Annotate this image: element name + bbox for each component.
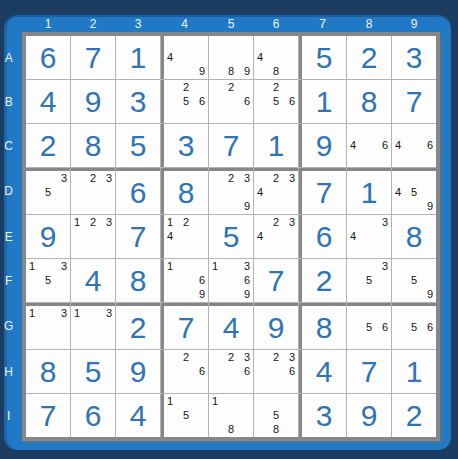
pencil-grid: 13 — [71, 306, 115, 349]
cell-H1[interactable]: 8 — [26, 350, 70, 393]
cell-G2[interactable]: 13 — [71, 303, 115, 349]
cell-B2[interactable]: 9 — [71, 80, 115, 123]
cell-F7[interactable]: 2 — [299, 259, 346, 302]
pencil-mark-2: 2 — [269, 80, 284, 94]
cell-value: 8 — [26, 350, 70, 393]
pencil-mark-3: 3 — [283, 350, 298, 364]
cell-B6[interactable]: 256 — [254, 80, 298, 123]
pencil-mark-2: 2 — [86, 171, 101, 185]
cell-value: 7 — [26, 394, 70, 437]
pencil-mark-9: 9 — [238, 200, 253, 214]
cell-G3[interactable]: 2 — [116, 303, 160, 349]
cell-D9[interactable]: 459 — [392, 168, 436, 214]
pencil-mark-1: 1 — [26, 306, 41, 320]
cell-value: 3 — [164, 124, 208, 167]
pencil-mark-3: 3 — [283, 215, 298, 229]
cell-value: 5 — [209, 215, 253, 258]
pencil-mark-2: 2 — [269, 215, 284, 229]
cell-H8[interactable]: 7 — [347, 350, 391, 393]
cell-value: 8 — [71, 124, 115, 167]
cell-B4[interactable]: 256 — [161, 80, 208, 123]
cell-C9[interactable]: 46 — [392, 124, 436, 167]
cell-B7[interactable]: 1 — [299, 80, 346, 123]
cell-A1[interactable]: 6 — [26, 36, 70, 79]
cell-E5[interactable]: 5 — [209, 215, 253, 258]
pencil-mark-4: 4 — [164, 229, 179, 243]
cell-H6[interactable]: 236 — [254, 350, 298, 393]
pencil-mark-6: 6 — [193, 273, 208, 287]
pencil-mark-2: 2 — [224, 350, 239, 364]
column-labels: 123456789 — [26, 15, 436, 32]
cell-D4[interactable]: 8 — [161, 168, 208, 214]
cell-I8[interactable]: 9 — [347, 394, 391, 437]
cell-E8[interactable]: 34 — [347, 215, 391, 258]
cell-A5[interactable]: 89 — [209, 36, 253, 79]
cell-D8[interactable]: 1 — [347, 168, 391, 214]
row-label-A: A — [4, 36, 13, 79]
cell-I4[interactable]: 15 — [161, 394, 208, 437]
cell-G8[interactable]: 56 — [347, 303, 391, 349]
pencil-mark-3: 3 — [100, 306, 115, 320]
pencil-mark-2: 2 — [86, 215, 101, 229]
sudoku-app: { "game": "sudoku", "labels": { "cols": … — [0, 0, 458, 459]
cell-value: 9 — [26, 215, 70, 258]
cell-value: 9 — [254, 306, 298, 349]
cell-C1[interactable]: 2 — [26, 124, 70, 167]
cell-value: 2 — [26, 124, 70, 167]
pencil-mark-5: 5 — [407, 273, 422, 287]
cell-C8[interactable]: 46 — [347, 124, 391, 167]
cell-value: 4 — [302, 350, 346, 393]
cell-I2[interactable]: 6 — [71, 394, 115, 437]
pencil-grid: 23 — [71, 171, 115, 214]
cell-E7[interactable]: 6 — [299, 215, 346, 258]
pencil-grid: 239 — [209, 171, 253, 214]
cell-G1[interactable]: 13 — [26, 303, 70, 349]
cell-value: 8 — [302, 306, 346, 349]
cell-F3[interactable]: 8 — [116, 259, 160, 302]
cell-value: 2 — [302, 259, 346, 302]
pencil-mark-5: 5 — [407, 185, 422, 199]
cell-B5[interactable]: 26 — [209, 80, 253, 123]
cell-A6[interactable]: 48 — [254, 36, 298, 79]
cell-I3[interactable]: 4 — [116, 394, 160, 437]
row-label-B: B — [4, 80, 13, 123]
cell-A8[interactable]: 2 — [347, 36, 391, 79]
cell-value: 9 — [347, 394, 391, 437]
cell-F6[interactable]: 7 — [254, 259, 298, 302]
cell-C7[interactable]: 9 — [299, 124, 346, 167]
cell-F4[interactable]: 169 — [161, 259, 208, 302]
col-label-6: 6 — [254, 18, 298, 30]
cell-A4[interactable]: 49 — [161, 36, 208, 79]
pencil-mark-6: 6 — [238, 273, 253, 287]
pencil-mark-5: 5 — [362, 320, 377, 334]
pencil-grid: 1369 — [209, 259, 253, 302]
pencil-mark-2: 2 — [269, 171, 284, 185]
pencil-mark-5: 5 — [179, 408, 194, 422]
cell-F8[interactable]: 35 — [347, 259, 391, 302]
pencil-mark-3: 3 — [100, 215, 115, 229]
cell-G9[interactable]: 56 — [392, 303, 436, 349]
cell-C4[interactable]: 3 — [161, 124, 208, 167]
cell-D5[interactable]: 239 — [209, 168, 253, 214]
col-label-3: 3 — [116, 18, 160, 30]
cell-value: 3 — [302, 394, 346, 437]
pencil-mark-4: 4 — [347, 229, 362, 243]
cell-value: 7 — [254, 259, 298, 302]
board-frame: 123456789 ABCDEFGHI 67149894852349325626… — [4, 15, 451, 450]
row-label-I: I — [4, 394, 13, 437]
cell-F1[interactable]: 135 — [26, 259, 70, 302]
pencil-mark-2: 2 — [269, 350, 284, 364]
cell-value: 5 — [302, 36, 346, 79]
pencil-mark-6: 6 — [376, 138, 391, 152]
cell-value: 8 — [392, 215, 436, 258]
cell-value: 2 — [116, 306, 160, 349]
pencil-mark-3: 3 — [376, 215, 391, 229]
cell-E3[interactable]: 7 — [116, 215, 160, 258]
cell-value: 7 — [116, 215, 160, 258]
cell-F2[interactable]: 4 — [71, 259, 115, 302]
cell-value: 4 — [209, 306, 253, 349]
cell-H3[interactable]: 9 — [116, 350, 160, 393]
pencil-grid: 49 — [164, 36, 208, 79]
row-labels: ABCDEFGHI — [4, 36, 13, 437]
pencil-mark-1: 1 — [71, 215, 86, 229]
pencil-grid: 169 — [164, 259, 208, 302]
pencil-mark-9: 9 — [238, 288, 253, 302]
cell-value: 1 — [347, 171, 391, 214]
pencil-mark-5: 5 — [41, 273, 56, 287]
cell-value: 4 — [116, 394, 160, 437]
pencil-mark-5: 5 — [41, 185, 56, 199]
pencil-grid: 236 — [254, 350, 298, 393]
cell-value: 3 — [392, 36, 436, 79]
cell-G4[interactable]: 7 — [161, 303, 208, 349]
cell-value: 6 — [26, 36, 70, 79]
pencil-grid: 48 — [254, 36, 298, 79]
pencil-mark-3: 3 — [55, 171, 70, 185]
cell-value: 1 — [392, 350, 436, 393]
cell-H4[interactable]: 26 — [161, 350, 208, 393]
pencil-mark-3: 3 — [100, 171, 115, 185]
pencil-mark-5: 5 — [269, 94, 284, 108]
cell-A7[interactable]: 5 — [299, 36, 346, 79]
pencil-grid: 459 — [392, 171, 436, 214]
pencil-mark-5: 5 — [269, 408, 284, 422]
pencil-mark-8: 8 — [224, 65, 239, 79]
pencil-mark-9: 9 — [421, 200, 436, 214]
pencil-mark-4: 4 — [392, 138, 407, 152]
pencil-grid: 236 — [209, 350, 253, 393]
row-label-C: C — [4, 124, 13, 167]
col-label-4: 4 — [161, 18, 208, 30]
row-label-G: G — [4, 303, 13, 349]
pencil-grid: 46 — [347, 124, 391, 167]
cell-value: 6 — [116, 171, 160, 214]
pencil-grid: 35 — [26, 171, 70, 214]
pencil-mark-4: 4 — [347, 138, 362, 152]
pencil-grid: 56 — [347, 306, 391, 349]
col-label-9: 9 — [392, 18, 436, 30]
cell-H9[interactable]: 1 — [392, 350, 436, 393]
cell-value: 3 — [116, 80, 160, 123]
pencil-grid: 56 — [392, 306, 436, 349]
cell-F5[interactable]: 1369 — [209, 259, 253, 302]
cell-value: 5 — [71, 350, 115, 393]
pencil-grid: 13 — [26, 306, 70, 349]
pencil-mark-2: 2 — [179, 80, 194, 94]
cell-value: 4 — [71, 259, 115, 302]
pencil-mark-3: 3 — [55, 259, 70, 273]
pencil-grid: 234 — [254, 215, 298, 258]
pencil-mark-6: 6 — [421, 138, 436, 152]
cell-G5[interactable]: 4 — [209, 303, 253, 349]
cell-G6[interactable]: 9 — [254, 303, 298, 349]
pencil-mark-6: 6 — [283, 94, 298, 108]
cell-E2[interactable]: 123 — [71, 215, 115, 258]
cell-D6[interactable]: 234 — [254, 168, 298, 214]
pencil-grid: 26 — [164, 350, 208, 393]
cell-value: 9 — [302, 124, 346, 167]
cell-A9[interactable]: 3 — [392, 36, 436, 79]
col-label-5: 5 — [209, 18, 253, 30]
cell-B8[interactable]: 8 — [347, 80, 391, 123]
cell-value: 1 — [116, 36, 160, 79]
pencil-grid: 58 — [254, 394, 298, 437]
cell-value: 6 — [71, 394, 115, 437]
pencil-mark-4: 4 — [164, 50, 179, 64]
cell-H2[interactable]: 5 — [71, 350, 115, 393]
pencil-mark-5: 5 — [362, 273, 377, 287]
pencil-grid: 26 — [209, 80, 253, 123]
pencil-mark-2: 2 — [224, 171, 239, 185]
cell-value: 9 — [71, 80, 115, 123]
pencil-mark-4: 4 — [392, 185, 407, 199]
cell-E1[interactable]: 9 — [26, 215, 70, 258]
cell-E4[interactable]: 124 — [161, 215, 208, 258]
cell-H5[interactable]: 236 — [209, 350, 253, 393]
cell-C5[interactable]: 7 — [209, 124, 253, 167]
pencil-grid: 35 — [347, 259, 391, 302]
pencil-mark-6: 6 — [283, 364, 298, 378]
cell-value: 7 — [71, 36, 115, 79]
cell-I1[interactable]: 7 — [26, 394, 70, 437]
pencil-grid: 124 — [164, 215, 208, 258]
pencil-mark-3: 3 — [55, 306, 70, 320]
pencil-mark-3: 3 — [238, 350, 253, 364]
cell-C3[interactable]: 5 — [116, 124, 160, 167]
cell-D1[interactable]: 35 — [26, 168, 70, 214]
cell-value: 6 — [302, 215, 346, 258]
cell-D7[interactable]: 7 — [299, 168, 346, 214]
cell-I5[interactable]: 18 — [209, 394, 253, 437]
pencil-mark-6: 6 — [238, 94, 253, 108]
pencil-grid: 256 — [254, 80, 298, 123]
pencil-grid: 34 — [347, 215, 391, 258]
pencil-grid: 256 — [164, 80, 208, 123]
pencil-mark-4: 4 — [254, 185, 269, 199]
pencil-mark-8: 8 — [224, 423, 239, 437]
pencil-mark-3: 3 — [376, 259, 391, 273]
cell-D2[interactable]: 23 — [71, 168, 115, 214]
cell-C2[interactable]: 8 — [71, 124, 115, 167]
cell-C6[interactable]: 1 — [254, 124, 298, 167]
cell-A2[interactable]: 7 — [71, 36, 115, 79]
cell-D3[interactable]: 6 — [116, 168, 160, 214]
cell-value: 8 — [116, 259, 160, 302]
pencil-grid: 89 — [209, 36, 253, 79]
sudoku-board: 6714989485234932562625618728537194646352… — [22, 32, 440, 441]
pencil-mark-5: 5 — [407, 320, 422, 334]
pencil-mark-9: 9 — [421, 288, 436, 302]
pencil-mark-6: 6 — [238, 364, 253, 378]
pencil-mark-3: 3 — [238, 171, 253, 185]
cell-B9[interactable]: 7 — [392, 80, 436, 123]
row-label-H: H — [4, 350, 13, 393]
col-label-1: 1 — [26, 18, 70, 30]
col-label-8: 8 — [347, 18, 391, 30]
cell-E9[interactable]: 8 — [392, 215, 436, 258]
pencil-grid: 135 — [26, 259, 70, 302]
cell-value: 2 — [347, 36, 391, 79]
cell-F9[interactable]: 59 — [392, 259, 436, 302]
pencil-mark-5: 5 — [179, 94, 194, 108]
cell-value: 7 — [302, 171, 346, 214]
cell-A3[interactable]: 1 — [116, 36, 160, 79]
cell-value: 8 — [164, 171, 208, 214]
cell-G7[interactable]: 8 — [299, 303, 346, 349]
pencil-mark-1: 1 — [26, 259, 41, 273]
pencil-mark-8: 8 — [269, 65, 284, 79]
pencil-mark-1: 1 — [209, 394, 224, 408]
cell-value: 7 — [392, 80, 436, 123]
cell-value: 8 — [347, 80, 391, 123]
pencil-mark-2: 2 — [224, 80, 239, 94]
cell-value: 4 — [26, 80, 70, 123]
pencil-mark-1: 1 — [164, 215, 179, 229]
pencil-mark-9: 9 — [193, 288, 208, 302]
cell-value: 7 — [347, 350, 391, 393]
pencil-grid: 46 — [392, 124, 436, 167]
cell-value: 2 — [392, 394, 436, 437]
cell-I9[interactable]: 2 — [392, 394, 436, 437]
cell-B1[interactable]: 4 — [26, 80, 70, 123]
col-label-7: 7 — [299, 18, 346, 30]
pencil-grid: 18 — [209, 394, 253, 437]
pencil-mark-6: 6 — [376, 320, 391, 334]
pencil-mark-1: 1 — [71, 306, 86, 320]
row-label-F: F — [4, 259, 13, 302]
pencil-mark-3: 3 — [238, 259, 253, 273]
pencil-mark-4: 4 — [254, 50, 269, 64]
pencil-grid: 234 — [254, 171, 298, 214]
pencil-mark-2: 2 — [179, 350, 194, 364]
pencil-grid: 15 — [164, 394, 208, 437]
pencil-mark-8: 8 — [269, 423, 284, 437]
pencil-mark-6: 6 — [193, 94, 208, 108]
pencil-grid: 123 — [71, 215, 115, 258]
pencil-mark-6: 6 — [193, 364, 208, 378]
pencil-mark-9: 9 — [238, 65, 253, 79]
cell-E6[interactable]: 234 — [254, 215, 298, 258]
pencil-mark-2: 2 — [179, 215, 194, 229]
cell-value: 9 — [116, 350, 160, 393]
pencil-mark-9: 9 — [193, 65, 208, 79]
cell-I6[interactable]: 58 — [254, 394, 298, 437]
pencil-mark-1: 1 — [209, 259, 224, 273]
row-label-E: E — [4, 215, 13, 258]
cell-I7[interactable]: 3 — [299, 394, 346, 437]
row-label-D: D — [4, 168, 13, 214]
pencil-mark-6: 6 — [421, 320, 436, 334]
cell-value: 1 — [302, 80, 346, 123]
cell-value: 7 — [164, 306, 208, 349]
pencil-mark-3: 3 — [283, 171, 298, 185]
pencil-mark-1: 1 — [164, 394, 179, 408]
pencil-grid: 59 — [392, 259, 436, 302]
cell-value: 1 — [254, 124, 298, 167]
col-label-2: 2 — [71, 18, 115, 30]
cell-value: 5 — [116, 124, 160, 167]
cell-H7[interactable]: 4 — [299, 350, 346, 393]
cell-B3[interactable]: 3 — [116, 80, 160, 123]
pencil-mark-1: 1 — [164, 259, 179, 273]
pencil-mark-4: 4 — [254, 229, 269, 243]
cell-value: 7 — [209, 124, 253, 167]
